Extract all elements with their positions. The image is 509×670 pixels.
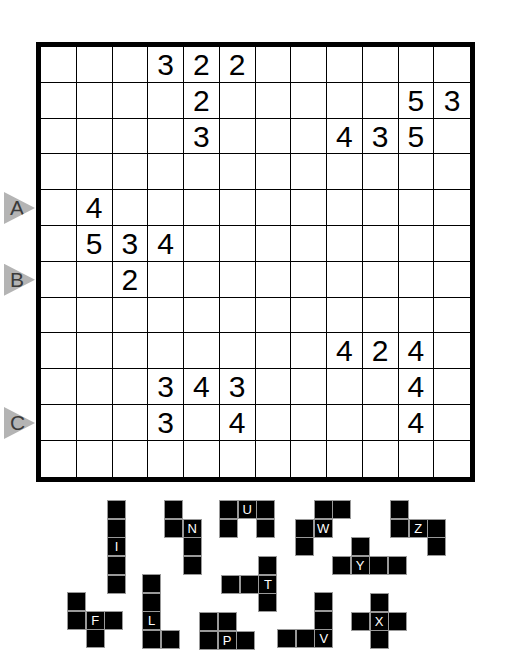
- pentomino-F[interactable]: F: [68, 593, 122, 647]
- grid-cell-r3c1[interactable]: [41, 119, 77, 155]
- grid-cell-r9c1[interactable]: [41, 333, 77, 369]
- grid-cell-r9c9[interactable]: 4: [327, 333, 363, 369]
- pentomino-cell: [222, 576, 239, 593]
- pentomino-cell: N: [184, 520, 201, 537]
- grid-cell-r3c10[interactable]: 3: [363, 119, 399, 155]
- grid-cell-r7c8[interactable]: [291, 262, 327, 298]
- pentomino-empty-cell: [296, 501, 313, 518]
- grid-cell-r7c4[interactable]: [148, 262, 184, 298]
- grid-cell-r5c2[interactable]: 4: [77, 190, 113, 226]
- pentomino-cell: [165, 501, 182, 518]
- grid-cell-r12c12[interactable]: [434, 441, 470, 477]
- grid-cell-r10c8[interactable]: [291, 369, 327, 405]
- pentomino-cell: [257, 501, 274, 518]
- pentomino-empty-cell: [241, 557, 258, 574]
- pentomino-empty-cell: [165, 538, 182, 555]
- grid-cell-r8c2[interactable]: [77, 298, 113, 334]
- grid-cell-r7c11[interactable]: [399, 262, 435, 298]
- grid-cell-r6c3[interactable]: 3: [113, 226, 149, 262]
- pentomino-empty-cell: [162, 612, 179, 629]
- pentomino-empty-cell: [410, 538, 427, 555]
- grid-cell-r3c4[interactable]: [148, 119, 184, 155]
- pentomino-empty-cell: [105, 630, 122, 647]
- grid-cell-r4c12[interactable]: [434, 154, 470, 190]
- pentomino-cell: [184, 557, 201, 574]
- grid-cell-r9c3[interactable]: [113, 333, 149, 369]
- pentomino-empty-cell: [165, 557, 182, 574]
- pentomino-cell: [143, 594, 160, 611]
- grid-cell-r10c2[interactable]: [77, 369, 113, 405]
- pentomino-cell: [108, 557, 125, 574]
- pentomino-I[interactable]: I: [108, 501, 125, 593]
- grid-cell-r10c6[interactable]: 3: [220, 369, 256, 405]
- pentomino-cell: [296, 520, 313, 537]
- grid-cell-r9c5[interactable]: [184, 333, 220, 369]
- grid-cell-r3c5[interactable]: 3: [184, 119, 220, 155]
- grid-cell-r6c1[interactable]: [41, 226, 77, 262]
- grid-cell-r3c9[interactable]: 4: [327, 119, 363, 155]
- grid-cell-r11c5[interactable]: [184, 405, 220, 441]
- grid-cell-r11c4[interactable]: 3: [148, 405, 184, 441]
- pentomino-cell: [143, 631, 160, 648]
- grid-cell-r8c8[interactable]: [291, 298, 327, 334]
- grid-cell-r5c1[interactable]: [41, 190, 77, 226]
- pentomino-empty-cell: [428, 501, 445, 518]
- grid-cell-r7c9[interactable]: [327, 262, 363, 298]
- grid-cell-r12c4[interactable]: [148, 441, 184, 477]
- grid-cell-r5c5[interactable]: [184, 190, 220, 226]
- grid-cell-r7c10[interactable]: [363, 262, 399, 298]
- pentomino-V[interactable]: V: [278, 593, 332, 647]
- grid-cell-r12c3[interactable]: [113, 441, 149, 477]
- grid-cell-r11c3[interactable]: [113, 405, 149, 441]
- pentomino-cell: [105, 612, 122, 629]
- grid-cell-r3c7[interactable]: [256, 119, 292, 155]
- pentomino-cell: L: [143, 612, 160, 629]
- pentomino-letter: X: [375, 613, 384, 630]
- pentomino-letter: Z: [414, 520, 422, 537]
- grid-cell-r4c11[interactable]: [399, 154, 435, 190]
- pentomino-empty-cell: [315, 538, 332, 555]
- answer-arrow-B: B: [4, 264, 35, 296]
- grid-cell-r9c12[interactable]: [434, 333, 470, 369]
- pentomino-empty-cell: [222, 557, 239, 574]
- grid-cell-r4c3[interactable]: [113, 154, 149, 190]
- pentomino-T[interactable]: T: [222, 557, 276, 611]
- pentomino-cell: [389, 557, 406, 574]
- grid-cell-r12c10[interactable]: [363, 441, 399, 477]
- pentomino-empty-cell: [410, 501, 427, 518]
- grid-cell-r5c10[interactable]: [363, 190, 399, 226]
- grid-cell-r6c12[interactable]: [434, 226, 470, 262]
- grid-cell-r1c11[interactable]: [399, 47, 435, 83]
- grid-cell-r11c12[interactable]: [434, 405, 470, 441]
- grid-cell-r8c7[interactable]: [256, 298, 292, 334]
- grid-cell-r3c2[interactable]: [77, 119, 113, 155]
- grid-cell-r8c12[interactable]: [434, 298, 470, 334]
- grid-cell-r8c9[interactable]: [327, 298, 363, 334]
- pentomino-cell: [87, 630, 104, 647]
- pentomino-cell: [391, 520, 408, 537]
- answer-arrow-label: A: [10, 196, 24, 220]
- grid-cell-r1c2[interactable]: [77, 47, 113, 83]
- pentomino-cell: [108, 576, 125, 593]
- grid-cell-r7c12[interactable]: [434, 262, 470, 298]
- grid-cell-r9c2[interactable]: [77, 333, 113, 369]
- pentomino-cell: [315, 593, 332, 610]
- grid-cell-r10c3[interactable]: [113, 369, 149, 405]
- pentomino-cell: [220, 520, 237, 537]
- grid-cell-r6c2[interactable]: 5: [77, 226, 113, 262]
- pentomino-cell: Z: [410, 520, 427, 537]
- grid-cell-r12c11[interactable]: [399, 441, 435, 477]
- pentomino-cell: [241, 576, 258, 593]
- pentomino-P[interactable]: P: [200, 613, 254, 649]
- grid-cell-r12c8[interactable]: [291, 441, 327, 477]
- pentomino-cell: [352, 613, 369, 630]
- pentomino-empty-cell: [162, 575, 179, 592]
- pentomino-cell: V: [315, 630, 332, 647]
- pentomino-empty-cell: [162, 594, 179, 611]
- pentomino-letter: P: [223, 632, 232, 649]
- grid-cell-r2c8[interactable]: [291, 83, 327, 119]
- pentomino-cell: [220, 501, 237, 518]
- grid-cell-r6c5[interactable]: [184, 226, 220, 262]
- pentomino-letter: I: [115, 538, 119, 555]
- pentomino-empty-cell: [297, 593, 314, 610]
- pentomino-cell: [68, 612, 85, 629]
- grid-cell-r4c2[interactable]: [77, 154, 113, 190]
- grid-cell-r6c4[interactable]: 4: [148, 226, 184, 262]
- pentomino-empty-cell: [389, 538, 406, 555]
- pentomino-empty-cell: [68, 630, 85, 647]
- pentomino-empty-cell: [352, 594, 369, 611]
- grid-cell-r1c1[interactable]: [41, 47, 77, 83]
- grid-cell-r12c1[interactable]: [41, 441, 77, 477]
- grid-cell-r1c4[interactable]: 3: [148, 47, 184, 83]
- grid-cell-r10c5[interactable]: 4: [184, 369, 220, 405]
- grid-cell-r5c9[interactable]: [327, 190, 363, 226]
- pentomino-cell: [108, 520, 125, 537]
- grid-cell-r6c7[interactable]: [256, 226, 292, 262]
- grid-cell-r7c6[interactable]: [220, 262, 256, 298]
- pentomino-empty-cell: [184, 501, 201, 518]
- pentomino-letter: L: [148, 612, 155, 629]
- grid-cell-r2c5[interactable]: 2: [184, 83, 220, 119]
- pentomino-cell: F: [87, 612, 104, 629]
- grid-cell-r5c6[interactable]: [220, 190, 256, 226]
- pentomino-cell: [200, 613, 217, 630]
- grid-cell-r12c9[interactable]: [327, 441, 363, 477]
- pentomino-cell: [315, 612, 332, 629]
- grid-cell-r1c10[interactable]: [363, 47, 399, 83]
- pentomino-cell: [68, 593, 85, 610]
- grid-cell-r10c9[interactable]: [327, 369, 363, 405]
- grid-cell-r2c1[interactable]: [41, 83, 77, 119]
- grid-cell-r11c1[interactable]: [41, 405, 77, 441]
- pentomino-letter: V: [320, 630, 329, 647]
- pentomino-empty-cell: [241, 594, 258, 611]
- answer-arrow-label: B: [10, 268, 24, 292]
- pentomino-cell: T: [259, 576, 276, 593]
- pentomino-empty-cell: [389, 631, 406, 648]
- grid-cell-r12c5[interactable]: [184, 441, 220, 477]
- grid-cell-r10c10[interactable]: [363, 369, 399, 405]
- pentomino-empty-cell: [297, 612, 314, 629]
- grid-cell-r8c4[interactable]: [148, 298, 184, 334]
- pentomino-cell: [259, 594, 276, 611]
- grid-cell-r5c11[interactable]: [399, 190, 435, 226]
- pentomino-cell: [162, 631, 179, 648]
- pentomino-letter: Y: [356, 557, 365, 574]
- grid-cell-r6c9[interactable]: [327, 226, 363, 262]
- pentomino-cell: [296, 538, 313, 555]
- pentomino-empty-cell: [222, 594, 239, 611]
- pentomino-cell: U: [239, 501, 256, 518]
- grid-cell-r10c11[interactable]: 4: [399, 369, 435, 405]
- pentomino-empty-cell: [278, 593, 295, 610]
- grid-cell-r10c12[interactable]: [434, 369, 470, 405]
- pentomino-cell: [371, 631, 388, 648]
- grid-cell-r8c3[interactable]: [113, 298, 149, 334]
- pentomino-cell: [333, 501, 350, 518]
- grid-cell-r2c3[interactable]: [113, 83, 149, 119]
- grid-cell-r2c4[interactable]: [148, 83, 184, 119]
- pentomino-cell: [165, 520, 182, 537]
- pentomino-cell: [200, 632, 217, 649]
- grid-cell-r11c10[interactable]: [363, 405, 399, 441]
- grid-cell-r4c8[interactable]: [291, 154, 327, 190]
- pentomino-empty-cell: [237, 613, 254, 630]
- grid-cell-r11c6[interactable]: 4: [220, 405, 256, 441]
- pentomino-empty-cell: [389, 594, 406, 611]
- grid-cell-r4c9[interactable]: [327, 154, 363, 190]
- grid-cell-r2c9[interactable]: [327, 83, 363, 119]
- pentomino-cell: [297, 630, 314, 647]
- grid-cell-r1c12[interactable]: [434, 47, 470, 83]
- grid-cell-r5c8[interactable]: [291, 190, 327, 226]
- grid-cell-r10c1[interactable]: [41, 369, 77, 405]
- grid-cell-r1c6[interactable]: 2: [220, 47, 256, 83]
- grid-cell-r6c10[interactable]: [363, 226, 399, 262]
- pentomino-empty-cell: [87, 593, 104, 610]
- pentomino-empty-cell: [105, 593, 122, 610]
- answer-arrow-label: C: [10, 411, 25, 435]
- grid-cell-r5c4[interactable]: [148, 190, 184, 226]
- pentomino-empty-cell: [239, 520, 256, 537]
- grid-cell-r5c7[interactable]: [256, 190, 292, 226]
- pentomino-letter: W: [317, 520, 329, 537]
- pentomino-letter: F: [91, 612, 99, 629]
- grid-cell-r4c7[interactable]: [256, 154, 292, 190]
- pentomino-cell: [237, 632, 254, 649]
- pentomino-cell: [370, 557, 387, 574]
- pentomino-cell: [278, 630, 295, 647]
- grid-cell-r2c6[interactable]: [220, 83, 256, 119]
- pentomino-cell: [259, 557, 276, 574]
- pentomino-cell: I: [108, 538, 125, 555]
- grid-cell-r9c11[interactable]: 4: [399, 333, 435, 369]
- grid-cell-r1c7[interactable]: [256, 47, 292, 83]
- grid-cell-r9c10[interactable]: 2: [363, 333, 399, 369]
- grid-cell-r8c5[interactable]: [184, 298, 220, 334]
- grid-cell-r9c6[interactable]: [220, 333, 256, 369]
- grid-cell-r11c2[interactable]: [77, 405, 113, 441]
- grid-cell-r2c10[interactable]: [363, 83, 399, 119]
- grid-cell-r7c3[interactable]: 2: [113, 262, 149, 298]
- grid-cell-r5c12[interactable]: [434, 190, 470, 226]
- pentomino-cell: [428, 538, 445, 555]
- grid-cell-r1c8[interactable]: [291, 47, 327, 83]
- pentomino-X[interactable]: X: [352, 594, 406, 648]
- grid-cell-r8c11[interactable]: [399, 298, 435, 334]
- pentomino-letter: N: [187, 520, 196, 537]
- pentomino-cell: P: [219, 632, 236, 649]
- grid-cell-r8c10[interactable]: [363, 298, 399, 334]
- pentomino-empty-cell: [370, 538, 387, 555]
- grid-cell-r12c6[interactable]: [220, 441, 256, 477]
- grid-cell-r6c8[interactable]: [291, 226, 327, 262]
- grid-cell-r11c11[interactable]: 4: [399, 405, 435, 441]
- grid-cell-r9c8[interactable]: [291, 333, 327, 369]
- pentomino-N[interactable]: N: [165, 501, 201, 574]
- pentomino-cell: [333, 557, 350, 574]
- grid-cell-r4c5[interactable]: [184, 154, 220, 190]
- grid-cell-r9c4[interactable]: [148, 333, 184, 369]
- grid-cell-r3c3[interactable]: [113, 119, 149, 155]
- grid-cell-r1c5[interactable]: 2: [184, 47, 220, 83]
- pentomino-cell: [371, 594, 388, 611]
- grid-cell-r3c12[interactable]: [434, 119, 470, 155]
- grid-cell-r2c7[interactable]: [256, 83, 292, 119]
- pentomino-letter: U: [242, 501, 251, 518]
- pentomino-L[interactable]: L: [143, 575, 179, 648]
- grid-cell-r2c11[interactable]: 5: [399, 83, 435, 119]
- pentomino-letter: T: [264, 576, 272, 593]
- pentomino-cell: [257, 520, 274, 537]
- pentomino-cell: [219, 613, 236, 630]
- grid-cell-r12c7[interactable]: [256, 441, 292, 477]
- grid-cell-r10c4[interactable]: 3: [148, 369, 184, 405]
- pentomino-cell: [143, 575, 160, 592]
- answer-arrow-A: A: [4, 192, 35, 224]
- grid-cell-r7c2[interactable]: [77, 262, 113, 298]
- pentomino-cell: [428, 520, 445, 537]
- pentomino-cell: X: [371, 613, 388, 630]
- puzzle-page: 3222533435453424243434344 ABC INUWZYTLFV…: [0, 0, 509, 670]
- grid-cell-r11c9[interactable]: [327, 405, 363, 441]
- pentomino-empty-cell: [333, 538, 350, 555]
- grid-cell-r8c6[interactable]: [220, 298, 256, 334]
- grid-cell-r5c3[interactable]: [113, 190, 149, 226]
- grid-cell-r7c5[interactable]: [184, 262, 220, 298]
- grid-cell-r3c8[interactable]: [291, 119, 327, 155]
- pentomino-cell: [352, 538, 369, 555]
- pentomino-cell: [391, 501, 408, 518]
- pentomino-cell: W: [315, 520, 332, 537]
- pentomino-cell: [315, 501, 332, 518]
- grid-cell-r2c12[interactable]: 3: [434, 83, 470, 119]
- grid-cell-r3c6[interactable]: [220, 119, 256, 155]
- pentomino-empty-cell: [352, 631, 369, 648]
- pentomino-cell: Y: [352, 557, 369, 574]
- pentomino-cell: [184, 538, 201, 555]
- answer-arrow-C: C: [4, 407, 35, 439]
- grid-cell-r1c3[interactable]: [113, 47, 149, 83]
- grid-cell-r4c10[interactable]: [363, 154, 399, 190]
- pentomino-empty-cell: [278, 612, 295, 629]
- grid-cell-r9c7[interactable]: [256, 333, 292, 369]
- grid-cell-r7c1[interactable]: [41, 262, 77, 298]
- grid-cell-r8c1[interactable]: [41, 298, 77, 334]
- grid-cell-r6c6[interactable]: [220, 226, 256, 262]
- grid-cell-r4c1[interactable]: [41, 154, 77, 190]
- grid-cell-r4c4[interactable]: [148, 154, 184, 190]
- pentomino-Y[interactable]: Y: [333, 538, 406, 574]
- grid-cell-r12c2[interactable]: [77, 441, 113, 477]
- pentomino-U[interactable]: U: [220, 501, 274, 537]
- grid-cell-r2c2[interactable]: [77, 83, 113, 119]
- grid-cell-r3c11[interactable]: 5: [399, 119, 435, 155]
- grid-cell-r10c7[interactable]: [256, 369, 292, 405]
- grid-cell-r4c6[interactable]: [220, 154, 256, 190]
- grid-cell-r11c8[interactable]: [291, 405, 327, 441]
- grid-cell-r11c7[interactable]: [256, 405, 292, 441]
- pentomino-empty-cell: [333, 520, 350, 537]
- grid-cell-r6c11[interactable]: [399, 226, 435, 262]
- grid-cell-r1c9[interactable]: [327, 47, 363, 83]
- pentomino-cell: [108, 501, 125, 518]
- pentomino-cell: [389, 613, 406, 630]
- grid-cell-r7c7[interactable]: [256, 262, 292, 298]
- puzzle-board: 3222533435453424243434344: [36, 42, 475, 482]
